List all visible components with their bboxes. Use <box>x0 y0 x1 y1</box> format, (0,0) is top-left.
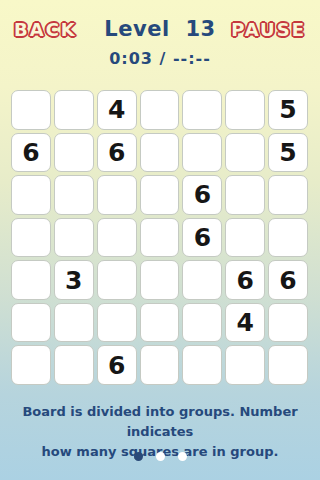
grid-cell[interactable] <box>97 218 137 258</box>
grid-cell[interactable] <box>54 133 94 173</box>
grid-cell[interactable]: 6 <box>268 260 308 300</box>
grid-cell[interactable] <box>11 175 51 215</box>
grid-cell[interactable] <box>11 90 51 130</box>
grid-cell[interactable]: 4 <box>97 90 137 130</box>
grid-cell[interactable] <box>11 218 51 258</box>
grid-cell[interactable] <box>268 175 308 215</box>
grid-cell[interactable]: 6 <box>97 133 137 173</box>
grid-cell[interactable] <box>54 345 94 385</box>
timer-display: 0:03 / --:-- <box>0 49 320 68</box>
grid-cell[interactable] <box>54 303 94 343</box>
grid-cell[interactable] <box>140 90 180 130</box>
grid-cell[interactable]: 5 <box>268 90 308 130</box>
grid-cell[interactable] <box>225 133 265 173</box>
grid-cell[interactable] <box>268 218 308 258</box>
grid-cell[interactable] <box>11 345 51 385</box>
grid-cell[interactable] <box>182 90 222 130</box>
pause-button[interactable]: PAUSE <box>231 19 306 40</box>
grid-cell[interactable]: 5 <box>268 133 308 173</box>
page-dot-2[interactable] <box>156 452 165 461</box>
instructions-line-1: Board is divided into groups. Number ind… <box>0 402 320 442</box>
grid-cell[interactable] <box>97 260 137 300</box>
grid-cell[interactable]: 4 <box>225 303 265 343</box>
grid-cell[interactable] <box>140 345 180 385</box>
grid-cell[interactable] <box>140 218 180 258</box>
grid-cell[interactable]: 6 <box>225 260 265 300</box>
grid-cell[interactable] <box>225 90 265 130</box>
grid-cell[interactable] <box>140 175 180 215</box>
page-dot-3[interactable] <box>178 452 187 461</box>
grid-cell[interactable] <box>225 175 265 215</box>
grid-cell[interactable] <box>11 260 51 300</box>
grid-cell[interactable] <box>225 345 265 385</box>
page-dot-1[interactable] <box>134 452 143 461</box>
puzzle-board: 456656636646 <box>11 90 308 385</box>
header-bar: Level 13 BACK PAUSE <box>0 14 320 44</box>
grid-cell[interactable] <box>54 218 94 258</box>
grid-cell[interactable] <box>268 303 308 343</box>
grid-cell[interactable] <box>182 345 222 385</box>
grid-cell[interactable] <box>54 175 94 215</box>
game-screen: Level 13 BACK PAUSE 0:03 / --:-- 4566566… <box>0 0 320 480</box>
grid-cell[interactable] <box>140 133 180 173</box>
grid-cell[interactable] <box>140 260 180 300</box>
grid-cell[interactable] <box>268 345 308 385</box>
grid-cell[interactable] <box>182 303 222 343</box>
grid-cell[interactable] <box>225 218 265 258</box>
grid-cell[interactable]: 6 <box>182 175 222 215</box>
grid-cell[interactable] <box>182 133 222 173</box>
grid-cell[interactable]: 3 <box>54 260 94 300</box>
grid-cell[interactable] <box>140 303 180 343</box>
grid-cell[interactable] <box>11 303 51 343</box>
grid-cell[interactable]: 6 <box>11 133 51 173</box>
back-button[interactable]: BACK <box>14 19 77 40</box>
grid-cell[interactable] <box>54 90 94 130</box>
grid-cell[interactable] <box>97 303 137 343</box>
grid-cell[interactable]: 6 <box>97 345 137 385</box>
grid-cell[interactable]: 6 <box>182 218 222 258</box>
page-dots <box>0 452 320 461</box>
grid-cell[interactable] <box>182 260 222 300</box>
grid-cell[interactable] <box>97 175 137 215</box>
